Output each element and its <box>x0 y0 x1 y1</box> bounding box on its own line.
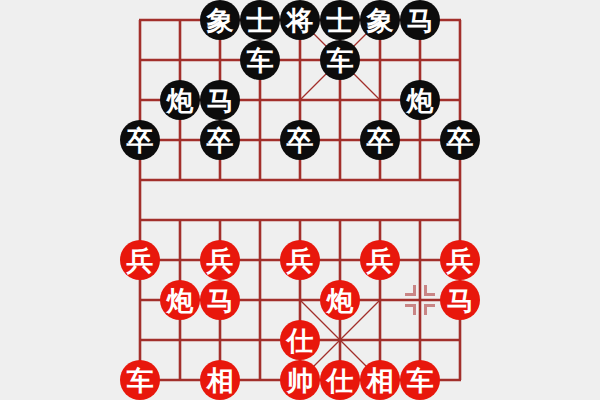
piece-red-horse[interactable]: 马 <box>440 280 480 320</box>
piece-black-general[interactable]: 将 <box>280 0 320 40</box>
piece-black-cannon[interactable]: 炮 <box>160 80 200 120</box>
marker-bracket-tr <box>424 285 435 296</box>
marker-bracket-br <box>424 304 435 315</box>
piece-black-cannon[interactable]: 炮 <box>400 80 440 120</box>
piece-black-elephant[interactable]: 象 <box>200 0 240 40</box>
piece-red-advisor[interactable]: 仕 <box>320 360 360 400</box>
piece-black-chariot[interactable]: 车 <box>240 40 280 80</box>
marker-bracket-tl <box>405 285 416 296</box>
piece-red-cannon[interactable]: 炮 <box>320 280 360 320</box>
piece-red-chariot[interactable]: 车 <box>400 360 440 400</box>
piece-red-horse[interactable]: 马 <box>200 280 240 320</box>
piece-red-chariot[interactable]: 车 <box>120 360 160 400</box>
piece-black-chariot[interactable]: 车 <box>320 40 360 80</box>
piece-red-soldier[interactable]: 兵 <box>120 240 160 280</box>
xiangqi-board: 象士将士象马车车炮马炮卒卒卒卒卒兵兵兵兵兵炮马炮马仕车相帅仕相车 <box>0 0 600 400</box>
piece-black-soldier[interactable]: 卒 <box>120 120 160 160</box>
piece-black-soldier[interactable]: 卒 <box>200 120 240 160</box>
piece-red-elephant[interactable]: 相 <box>360 360 400 400</box>
piece-black-soldier[interactable]: 卒 <box>440 120 480 160</box>
piece-red-soldier[interactable]: 兵 <box>440 240 480 280</box>
piece-black-advisor[interactable]: 士 <box>320 0 360 40</box>
piece-black-soldier[interactable]: 卒 <box>360 120 400 160</box>
piece-black-soldier[interactable]: 卒 <box>280 120 320 160</box>
piece-red-general[interactable]: 帅 <box>280 360 320 400</box>
piece-red-elephant[interactable]: 相 <box>200 360 240 400</box>
piece-red-soldier[interactable]: 兵 <box>360 240 400 280</box>
piece-red-cannon[interactable]: 炮 <box>160 280 200 320</box>
piece-red-advisor[interactable]: 仕 <box>280 320 320 360</box>
marker-bracket-bl <box>405 304 416 315</box>
last-move-origin-marker <box>405 285 435 315</box>
piece-black-elephant[interactable]: 象 <box>360 0 400 40</box>
piece-black-advisor[interactable]: 士 <box>240 0 280 40</box>
piece-black-horse[interactable]: 马 <box>200 80 240 120</box>
piece-black-horse[interactable]: 马 <box>400 0 440 40</box>
piece-red-soldier[interactable]: 兵 <box>200 240 240 280</box>
piece-red-soldier[interactable]: 兵 <box>280 240 320 280</box>
